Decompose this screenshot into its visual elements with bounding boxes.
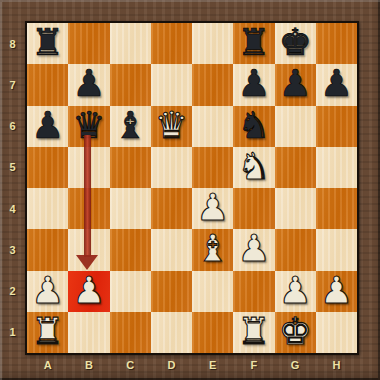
piece-white-bishop-e3[interactable]: ♝: [196, 230, 229, 267]
piece-white-pawn-e4[interactable]: ♟: [196, 189, 229, 226]
piece-white-king-g1[interactable]: ♚: [279, 313, 312, 350]
square-c1[interactable]: [110, 312, 151, 353]
piece-black-knight-f6[interactable]: ♞: [237, 107, 270, 144]
square-d5[interactable]: [151, 147, 192, 188]
square-h2[interactable]: ♟: [316, 271, 357, 312]
square-d2[interactable]: [151, 271, 192, 312]
square-e8[interactable]: [192, 23, 233, 64]
file-label-h: H: [316, 355, 357, 375]
square-b8[interactable]: [68, 23, 109, 64]
square-a1[interactable]: ♜: [27, 312, 68, 353]
piece-black-rook-a8[interactable]: ♜: [31, 24, 64, 61]
piece-white-pawn-b2[interactable]: ♟: [72, 272, 105, 309]
square-g5[interactable]: [275, 147, 316, 188]
square-a4[interactable]: [27, 188, 68, 229]
piece-white-knight-f5[interactable]: ♞: [237, 148, 270, 185]
piece-white-rook-a1[interactable]: ♜: [31, 313, 64, 350]
piece-black-pawn-a6[interactable]: ♟: [31, 107, 64, 144]
square-g7[interactable]: ♟: [275, 64, 316, 105]
piece-black-rook-f8[interactable]: ♜: [237, 24, 270, 61]
move-arrow-head: [76, 255, 98, 270]
square-b1[interactable]: [68, 312, 109, 353]
file-label-b: B: [68, 355, 109, 375]
piece-white-pawn-h2[interactable]: ♟: [320, 272, 353, 309]
file-label-f: F: [233, 355, 274, 375]
square-d8[interactable]: [151, 23, 192, 64]
square-a7[interactable]: [27, 64, 68, 105]
square-a6[interactable]: ♟: [27, 106, 68, 147]
square-f3[interactable]: ♟: [233, 229, 274, 270]
square-b7[interactable]: ♟: [68, 64, 109, 105]
square-c6[interactable]: ♝: [110, 106, 151, 147]
rank-label-3: 3: [0, 229, 25, 270]
square-e7[interactable]: [192, 64, 233, 105]
rank-label-8: 8: [0, 23, 25, 64]
square-c4[interactable]: [110, 188, 151, 229]
square-g6[interactable]: [275, 106, 316, 147]
piece-white-pawn-a2[interactable]: ♟: [31, 272, 64, 309]
square-h5[interactable]: [316, 147, 357, 188]
rank-label-5: 5: [0, 147, 25, 188]
square-h4[interactable]: [316, 188, 357, 229]
chess-board: ♜♜♚♟♟♟♟♟♛♝♛♞♞♟♝♟♟♟♟♟♜♜♚: [25, 21, 359, 355]
square-h3[interactable]: [316, 229, 357, 270]
square-f7[interactable]: ♟: [233, 64, 274, 105]
square-g2[interactable]: ♟: [275, 271, 316, 312]
square-d7[interactable]: [151, 64, 192, 105]
piece-white-queen-d6[interactable]: ♛: [155, 107, 188, 144]
piece-black-bishop-c6[interactable]: ♝: [114, 107, 147, 144]
square-a8[interactable]: ♜: [27, 23, 68, 64]
piece-white-pawn-g2[interactable]: ♟: [279, 272, 312, 309]
piece-black-pawn-f7[interactable]: ♟: [237, 65, 270, 102]
rank-label-4: 4: [0, 188, 25, 229]
piece-black-king-g8[interactable]: ♚: [279, 24, 312, 61]
square-d6[interactable]: ♛: [151, 106, 192, 147]
square-g4[interactable]: [275, 188, 316, 229]
square-e3[interactable]: ♝: [192, 229, 233, 270]
square-e1[interactable]: [192, 312, 233, 353]
rank-label-6: 6: [0, 106, 25, 147]
square-f6[interactable]: ♞: [233, 106, 274, 147]
rank-label-1: 1: [0, 312, 25, 353]
square-c3[interactable]: [110, 229, 151, 270]
square-e2[interactable]: [192, 271, 233, 312]
square-e5[interactable]: [192, 147, 233, 188]
square-c7[interactable]: [110, 64, 151, 105]
rank-label-2: 2: [0, 271, 25, 312]
square-c8[interactable]: [110, 23, 151, 64]
move-arrow-line: [84, 135, 91, 257]
square-f4[interactable]: [233, 188, 274, 229]
square-b2[interactable]: ♟: [68, 271, 109, 312]
square-h8[interactable]: [316, 23, 357, 64]
square-a5[interactable]: [27, 147, 68, 188]
square-a3[interactable]: [27, 229, 68, 270]
piece-white-rook-f1[interactable]: ♜: [237, 313, 270, 350]
square-g3[interactable]: [275, 229, 316, 270]
file-label-e: E: [192, 355, 233, 375]
square-e6[interactable]: [192, 106, 233, 147]
square-d1[interactable]: [151, 312, 192, 353]
square-e4[interactable]: ♟: [192, 188, 233, 229]
file-label-d: D: [151, 355, 192, 375]
square-f2[interactable]: [233, 271, 274, 312]
square-f5[interactable]: ♞: [233, 147, 274, 188]
square-a2[interactable]: ♟: [27, 271, 68, 312]
file-label-a: A: [27, 355, 68, 375]
chess-app-window: ♜♜♚♟♟♟♟♟♛♝♛♞♞♟♝♟♟♟♟♟♜♜♚ 87654321 ABCDEFG…: [0, 0, 380, 380]
rank-label-7: 7: [0, 64, 25, 105]
piece-black-pawn-g7[interactable]: ♟: [279, 65, 312, 102]
square-g8[interactable]: ♚: [275, 23, 316, 64]
piece-black-pawn-b7[interactable]: ♟: [72, 65, 105, 102]
square-f1[interactable]: ♜: [233, 312, 274, 353]
square-h1[interactable]: [316, 312, 357, 353]
square-g1[interactable]: ♚: [275, 312, 316, 353]
square-f8[interactable]: ♜: [233, 23, 274, 64]
file-label-g: G: [275, 355, 316, 375]
square-h7[interactable]: ♟: [316, 64, 357, 105]
piece-white-pawn-f3[interactable]: ♟: [237, 230, 270, 267]
square-d4[interactable]: [151, 188, 192, 229]
square-d3[interactable]: [151, 229, 192, 270]
piece-black-pawn-h7[interactable]: ♟: [320, 65, 353, 102]
file-label-c: C: [110, 355, 151, 375]
square-c5[interactable]: [110, 147, 151, 188]
square-c2[interactable]: [110, 271, 151, 312]
square-h6[interactable]: [316, 106, 357, 147]
